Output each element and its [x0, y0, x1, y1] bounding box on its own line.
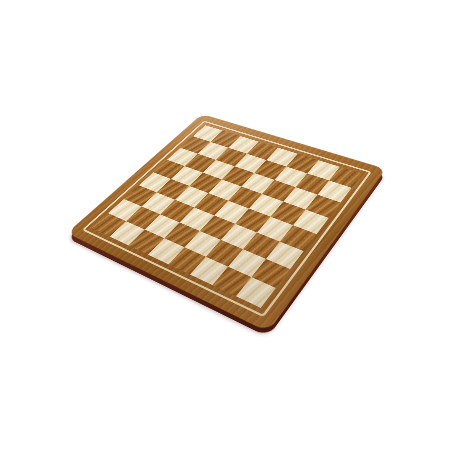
- product-photo-background: [0, 0, 458, 458]
- chess-board: [67, 114, 386, 332]
- playing-field: [92, 125, 363, 308]
